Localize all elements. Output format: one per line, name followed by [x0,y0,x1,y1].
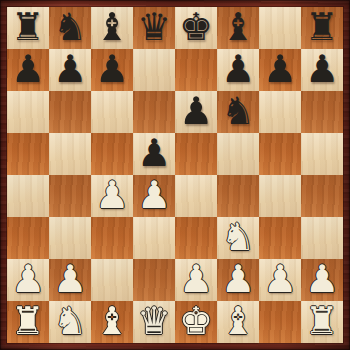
square-e5[interactable] [175,133,217,175]
square-d8[interactable]: ♛ [133,7,175,49]
square-e1[interactable]: ♚ [175,301,217,343]
white-knight[interactable]: ♞ [221,216,255,258]
square-g3[interactable] [259,217,301,259]
square-b2[interactable]: ♟ [49,259,91,301]
square-d6[interactable] [133,91,175,133]
square-g5[interactable] [259,133,301,175]
square-b3[interactable] [49,217,91,259]
white-pawn[interactable]: ♟ [53,258,87,300]
black-bishop[interactable]: ♝ [221,6,255,48]
square-e8[interactable]: ♚ [175,7,217,49]
black-pawn[interactable]: ♟ [179,90,213,132]
square-e2[interactable]: ♟ [175,259,217,301]
white-pawn[interactable]: ♟ [95,174,129,216]
white-king[interactable]: ♚ [179,300,213,342]
square-b7[interactable]: ♟ [49,49,91,91]
square-a3[interactable] [7,217,49,259]
white-pawn[interactable]: ♟ [221,258,255,300]
square-c1[interactable]: ♝ [91,301,133,343]
square-c3[interactable] [91,217,133,259]
square-f4[interactable] [217,175,259,217]
black-pawn[interactable]: ♟ [137,132,171,174]
black-knight[interactable]: ♞ [221,90,255,132]
white-rook[interactable]: ♜ [305,300,339,342]
white-bishop[interactable]: ♝ [95,300,129,342]
white-pawn[interactable]: ♟ [137,174,171,216]
black-knight[interactable]: ♞ [53,6,87,48]
square-h2[interactable]: ♟ [301,259,343,301]
square-e7[interactable] [175,49,217,91]
square-c2[interactable] [91,259,133,301]
white-knight[interactable]: ♞ [53,300,87,342]
square-b6[interactable] [49,91,91,133]
white-pawn[interactable]: ♟ [305,258,339,300]
square-b8[interactable]: ♞ [49,7,91,49]
white-rook[interactable]: ♜ [11,300,45,342]
square-b5[interactable] [49,133,91,175]
square-c5[interactable] [91,133,133,175]
square-f7[interactable]: ♟ [217,49,259,91]
square-h7[interactable]: ♟ [301,49,343,91]
square-h4[interactable] [301,175,343,217]
square-a1[interactable]: ♜ [7,301,49,343]
square-g8[interactable] [259,7,301,49]
white-bishop[interactable]: ♝ [221,300,255,342]
square-h6[interactable] [301,91,343,133]
black-king[interactable]: ♚ [179,6,213,48]
square-c6[interactable] [91,91,133,133]
white-pawn[interactable]: ♟ [263,258,297,300]
black-pawn[interactable]: ♟ [53,48,87,90]
black-rook[interactable]: ♜ [305,6,339,48]
black-pawn[interactable]: ♟ [305,48,339,90]
square-e6[interactable]: ♟ [175,91,217,133]
square-f6[interactable]: ♞ [217,91,259,133]
black-pawn[interactable]: ♟ [221,48,255,90]
black-queen[interactable]: ♛ [137,6,171,48]
square-g6[interactable] [259,91,301,133]
board-frame: ♜♞♝♛♚♝♜♟♟♟♟♟♟♟♞♟♟♟♞♟♟♟♟♟♟♜♞♝♛♚♝♜ [0,0,350,350]
black-pawn[interactable]: ♟ [95,48,129,90]
black-bishop[interactable]: ♝ [95,6,129,48]
black-rook[interactable]: ♜ [11,6,45,48]
square-e3[interactable] [175,217,217,259]
square-f2[interactable]: ♟ [217,259,259,301]
square-b1[interactable]: ♞ [49,301,91,343]
square-d3[interactable] [133,217,175,259]
square-a6[interactable] [7,91,49,133]
square-h3[interactable] [301,217,343,259]
square-c7[interactable]: ♟ [91,49,133,91]
square-a4[interactable] [7,175,49,217]
square-g2[interactable]: ♟ [259,259,301,301]
square-a2[interactable]: ♟ [7,259,49,301]
square-g1[interactable] [259,301,301,343]
square-h5[interactable] [301,133,343,175]
square-f5[interactable] [217,133,259,175]
chess-board: ♜♞♝♛♚♝♜♟♟♟♟♟♟♟♞♟♟♟♞♟♟♟♟♟♟♜♞♝♛♚♝♜ [7,7,343,343]
white-pawn[interactable]: ♟ [179,258,213,300]
square-g7[interactable]: ♟ [259,49,301,91]
square-a5[interactable] [7,133,49,175]
square-b4[interactable] [49,175,91,217]
square-h1[interactable]: ♜ [301,301,343,343]
square-d4[interactable]: ♟ [133,175,175,217]
white-queen[interactable]: ♛ [137,300,171,342]
square-g4[interactable] [259,175,301,217]
square-c4[interactable]: ♟ [91,175,133,217]
square-a8[interactable]: ♜ [7,7,49,49]
square-f1[interactable]: ♝ [217,301,259,343]
square-e4[interactable] [175,175,217,217]
black-pawn[interactable]: ♟ [11,48,45,90]
square-d2[interactable] [133,259,175,301]
square-f8[interactable]: ♝ [217,7,259,49]
black-pawn[interactable]: ♟ [263,48,297,90]
square-f3[interactable]: ♞ [217,217,259,259]
white-pawn[interactable]: ♟ [11,258,45,300]
square-d5[interactable]: ♟ [133,133,175,175]
square-d1[interactable]: ♛ [133,301,175,343]
square-c8[interactable]: ♝ [91,7,133,49]
square-h8[interactable]: ♜ [301,7,343,49]
square-d7[interactable] [133,49,175,91]
square-a7[interactable]: ♟ [7,49,49,91]
